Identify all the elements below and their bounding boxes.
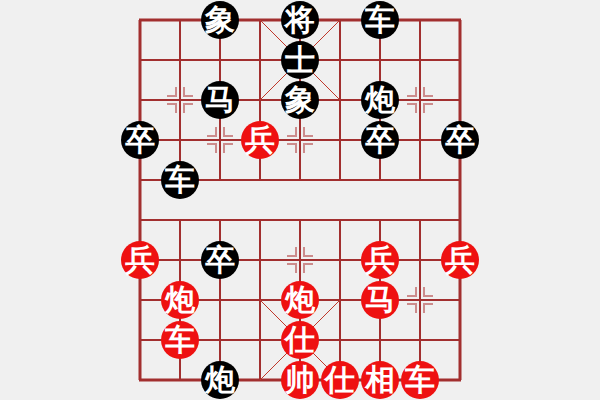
board-point: 仕 [280,320,320,360]
board-point: 兵 [440,240,480,280]
piece-red-elephant[interactable]: 相 [361,361,399,399]
piece-black-advisor[interactable]: 士 [281,41,319,79]
piece-black-soldier[interactable]: 卒 [441,121,479,159]
board-point: 象 [200,0,240,40]
board-point: 兵 [240,120,280,160]
piece-red-soldier[interactable]: 兵 [361,241,399,279]
piece-black-soldier[interactable]: 卒 [121,121,159,159]
piece-red-chariot[interactable]: 车 [161,321,199,359]
board-point: 将 [280,0,320,40]
piece-red-chariot[interactable]: 车 [401,361,439,399]
board-point: 马 [360,280,400,320]
board-point: 卒 [360,120,400,160]
board-point: 马 [200,80,240,120]
board-point: 兵 [360,240,400,280]
xiangqi-board[interactable]: 象将车士马象炮卒兵卒卒车兵卒兵兵炮炮马车仕炮帅仕相车 [0,0,600,400]
board-point: 炮 [200,360,240,400]
board-point: 卒 [440,120,480,160]
piece-black-horse[interactable]: 马 [201,81,239,119]
board-point: 士 [280,40,320,80]
piece-red-general[interactable]: 帅 [281,361,319,399]
piece-black-cannon[interactable]: 炮 [361,81,399,119]
board-point: 车 [160,320,200,360]
piece-black-soldier[interactable]: 卒 [201,241,239,279]
piece-red-horse[interactable]: 马 [361,281,399,319]
piece-red-advisor[interactable]: 仕 [321,361,359,399]
piece-red-soldier[interactable]: 兵 [441,241,479,279]
board-point: 相 [360,360,400,400]
pieces-layer: 象将车士马象炮卒兵卒卒车兵卒兵兵炮炮马车仕炮帅仕相车 [120,0,480,400]
piece-black-elephant[interactable]: 象 [201,1,239,39]
piece-black-soldier[interactable]: 卒 [361,121,399,159]
board-point: 卒 [200,240,240,280]
board-point: 帅 [280,360,320,400]
board-point: 车 [400,360,440,400]
piece-black-chariot[interactable]: 车 [361,1,399,39]
piece-black-chariot[interactable]: 车 [161,161,199,199]
piece-black-general[interactable]: 将 [281,1,319,39]
piece-red-soldier[interactable]: 兵 [241,121,279,159]
board-point: 炮 [360,80,400,120]
board-point: 象 [280,80,320,120]
board-point: 车 [360,0,400,40]
piece-red-cannon[interactable]: 炮 [161,281,199,319]
board-point: 炮 [160,280,200,320]
piece-red-soldier[interactable]: 兵 [121,241,159,279]
board-point: 炮 [280,280,320,320]
board-point: 卒 [120,120,160,160]
board-point: 车 [160,160,200,200]
piece-black-elephant[interactable]: 象 [281,81,319,119]
piece-red-advisor[interactable]: 仕 [281,321,319,359]
piece-black-cannon[interactable]: 炮 [201,361,239,399]
piece-red-cannon[interactable]: 炮 [281,281,319,319]
board-point: 兵 [120,240,160,280]
board-point: 仕 [320,360,360,400]
